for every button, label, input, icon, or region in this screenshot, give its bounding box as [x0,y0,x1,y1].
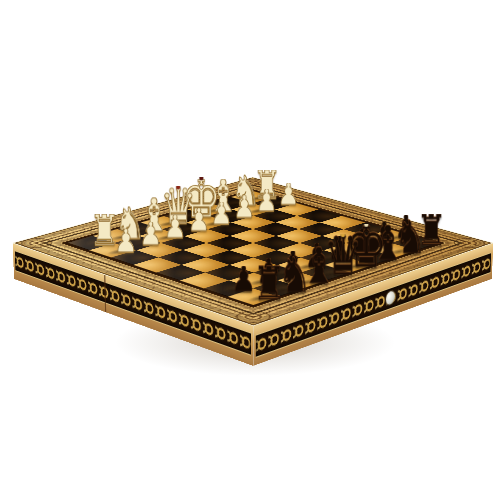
piece-white-pawn[interactable]: ♟ [164,215,187,240]
piece-white-pawn[interactable]: ♟ [114,229,137,255]
finial-wk-icon [200,175,204,180]
piece-black-rook[interactable]: ♜ [253,265,286,302]
finial-bq-icon [341,232,345,237]
finial-bk-icon [365,222,369,227]
piece-white-pawn[interactable]: ♟ [277,183,299,207]
chess-set-photo: ♜♞♝♛♚♝♞♜♟♟♟♟♟♟♟♟♟♟♟♟♟♟♟♟♜♞♝♛♚♝♞♜ [0,0,500,500]
finial-wq-icon [176,185,180,190]
piece-white-pawn[interactable]: ♟ [139,222,162,248]
piece-white-pawn[interactable]: ♟ [211,202,233,227]
piece-white-pawn[interactable]: ♟ [256,189,278,213]
piece-white-pawn[interactable]: ♟ [233,195,255,220]
chess-box: ♜♞♝♛♚♝♞♜♟♟♟♟♟♟♟♟♟♟♟♟♟♟♟♟♜♞♝♛♚♝♞♜ [13,177,494,326]
piece-white-pawn[interactable]: ♟ [187,208,210,233]
